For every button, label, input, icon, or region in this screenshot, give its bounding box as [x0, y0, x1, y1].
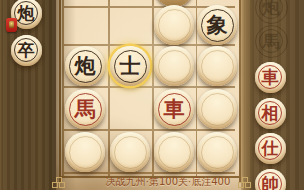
piece-glyph: 象	[207, 15, 228, 36]
piece-hidden[interactable]	[110, 132, 150, 172]
piece-hidden[interactable]	[154, 46, 194, 86]
tray-ghost-horse-red: 馬	[255, 25, 288, 58]
piece-hidden[interactable]	[197, 46, 237, 86]
piece-glyph: 馬	[75, 99, 96, 120]
piece-chariot-red[interactable]: 車	[154, 89, 194, 129]
piece-glyph: 炮	[18, 5, 35, 22]
piece-glyph: 相	[262, 105, 279, 122]
piece-ring	[69, 136, 102, 169]
piece-hidden[interactable]	[154, 5, 194, 45]
piece-glyph: 士	[120, 56, 141, 77]
piece-elephant-black[interactable]: 象	[197, 5, 237, 45]
piece-hidden[interactable]	[154, 132, 194, 172]
piece-glyph: 車	[164, 99, 185, 120]
piece-ring	[158, 0, 191, 4]
piece-glyph: 炮	[75, 56, 96, 77]
piece-hidden[interactable]	[197, 89, 237, 129]
rank-badge-icon	[6, 18, 17, 32]
piece-ring	[114, 136, 147, 169]
piece-ring	[158, 9, 191, 42]
tray-piece-chariot-red: 車	[255, 62, 286, 93]
piece-cannon-black[interactable]: 炮	[65, 46, 105, 86]
tray-piece-soldier-black: 卒	[11, 35, 42, 66]
board-corner-ornament-left	[52, 177, 66, 189]
piece-glyph: 炮	[263, 0, 280, 16]
level-caption: 决战九州·第100关·底注400	[66, 175, 270, 189]
piece-ring	[201, 50, 234, 83]
tray-piece-advisor-red: 仕	[255, 133, 286, 164]
banqi-game-screen: 象炮士馬車 炮卒炮馬車相仕帥 决战九州·第100关·底注400	[0, 0, 304, 190]
piece-glyph: 車	[262, 69, 279, 86]
piece-advisor-black[interactable]: 士	[110, 46, 150, 86]
piece-glyph: 仕	[262, 140, 279, 157]
piece-hidden[interactable]	[197, 132, 237, 172]
piece-ring	[201, 93, 234, 126]
piece-glyph: 馬	[263, 33, 280, 50]
piece-horse-red[interactable]: 馬	[65, 89, 105, 129]
piece-ring	[158, 136, 191, 169]
piece-glyph: 卒	[18, 42, 35, 59]
piece-hidden[interactable]	[65, 132, 105, 172]
piece-ring	[201, 136, 234, 169]
tray-piece-elephant-red: 相	[255, 98, 286, 129]
piece-ring	[158, 50, 191, 83]
